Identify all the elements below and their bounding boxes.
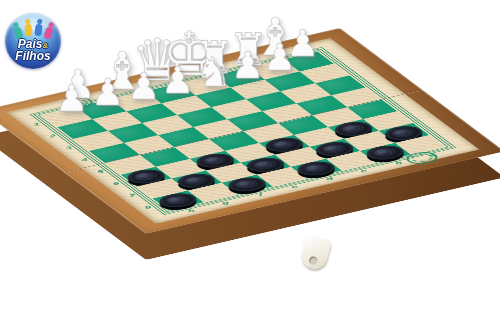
product-photo-scene: 12345678hgfedcba ♟♝♛♚♜♜♝♟♟♟♟♟♞♟♟ Pais& F… — [0, 0, 500, 316]
rank-label-2: 2 — [46, 133, 60, 139]
rank-label-1: 1 — [30, 121, 44, 127]
file-label-d: d — [323, 176, 337, 182]
file-label-c: c — [357, 168, 371, 174]
file-label-f: f — [254, 192, 268, 198]
brand-logo-badge: Pais& Filhos — [5, 13, 61, 69]
file-label-b: b — [392, 160, 406, 166]
logo-line2: Filhos — [5, 51, 61, 62]
rank-label-8: 8 — [141, 204, 155, 210]
file-label-g: g — [219, 200, 233, 206]
rank-label-5: 5 — [94, 169, 108, 175]
file-label-h: h — [185, 208, 199, 214]
rank-label-4: 4 — [78, 157, 92, 163]
rank-label-7: 7 — [126, 192, 140, 198]
rank-label-6: 6 — [110, 181, 124, 187]
file-label-e: e — [288, 184, 302, 190]
rank-label-3: 3 — [62, 145, 76, 151]
latch-strap — [299, 234, 332, 271]
